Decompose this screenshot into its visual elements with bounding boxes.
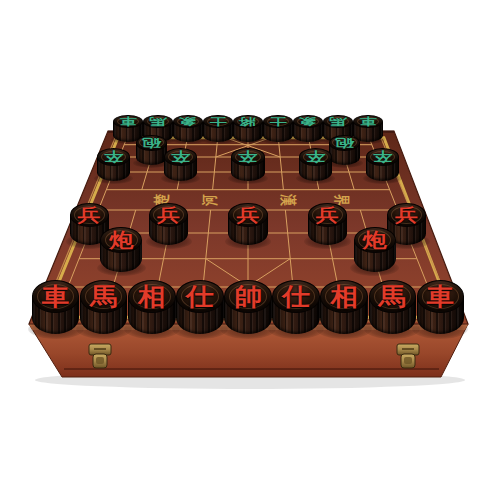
xiangqi-pieces: 車馬象士將士象馬車砲砲卒卒卒卒卒兵兵兵兵兵炮炮車馬相仕帥仕相馬車 — [0, 0, 500, 500]
piece-red-馬-r9c1[interactable]: 馬 — [80, 280, 128, 334]
piece-glyph: 砲 — [142, 137, 161, 149]
piece-top: 兵 — [308, 203, 347, 227]
piece-top: 炮 — [100, 227, 142, 253]
piece-glyph: 士 — [209, 117, 226, 127]
piece-glyph: 相 — [138, 284, 166, 309]
piece-glyph: 帥 — [234, 284, 262, 309]
piece-glyph: 車 — [42, 284, 70, 309]
piece-top: 車 — [417, 280, 465, 313]
piece-green-卒-r3c6[interactable]: 卒 — [299, 148, 332, 181]
piece-red-兵-r6c2[interactable]: 兵 — [149, 203, 188, 245]
piece-red-兵-r6c6[interactable]: 兵 — [308, 203, 347, 245]
piece-top: 車 — [32, 280, 80, 313]
piece-red-馬-r9c7[interactable]: 馬 — [369, 280, 417, 334]
piece-glyph: 卒 — [373, 150, 392, 163]
piece-green-砲-r2c1[interactable]: 砲 — [136, 135, 168, 165]
piece-glyph: 兵 — [157, 206, 180, 224]
piece-glyph: 炮 — [109, 230, 133, 250]
piece-top: 卒 — [164, 148, 197, 166]
piece-red-仕-r9c3[interactable]: 仕 — [176, 280, 224, 334]
piece-red-炮-r7c1[interactable]: 炮 — [100, 227, 142, 272]
piece-green-象-r0c2[interactable]: 象 — [173, 115, 203, 142]
piece-glyph: 兵 — [237, 206, 260, 224]
piece-glyph: 卒 — [238, 150, 257, 163]
piece-glyph: 卒 — [104, 150, 123, 163]
piece-glyph: 馬 — [379, 284, 407, 309]
piece-top: 仕 — [272, 280, 320, 313]
piece-green-砲-r2c7[interactable]: 砲 — [329, 135, 361, 165]
piece-top: 相 — [320, 280, 368, 313]
piece-glyph: 象 — [179, 117, 196, 127]
piece-glyph: 車 — [427, 284, 455, 309]
piece-top: 卒 — [97, 148, 130, 166]
piece-green-象-r0c6[interactable]: 象 — [293, 115, 323, 142]
piece-green-將-r0c4[interactable]: 將 — [233, 115, 263, 142]
piece-top: 砲 — [136, 135, 168, 151]
piece-glyph: 車 — [119, 117, 136, 127]
piece-red-炮-r7c7[interactable]: 炮 — [354, 227, 396, 272]
piece-red-帥-r9c4[interactable]: 帥 — [224, 280, 272, 334]
piece-glyph: 士 — [269, 117, 286, 127]
piece-glyph: 將 — [239, 117, 256, 127]
piece-green-士-r0c3[interactable]: 士 — [203, 115, 233, 142]
piece-glyph: 炮 — [363, 230, 387, 250]
piece-red-相-r9c6[interactable]: 相 — [320, 280, 368, 334]
piece-top: 炮 — [354, 227, 396, 253]
piece-green-士-r0c5[interactable]: 士 — [263, 115, 293, 142]
piece-glyph: 相 — [330, 284, 358, 309]
piece-glyph: 卒 — [306, 150, 325, 163]
piece-top: 砲 — [329, 135, 361, 151]
piece-green-卒-r3c0[interactable]: 卒 — [97, 148, 130, 181]
piece-glyph: 兵 — [78, 206, 101, 224]
piece-glyph: 車 — [359, 117, 376, 127]
piece-red-車-r9c0[interactable]: 車 — [32, 280, 80, 334]
piece-glyph: 砲 — [335, 137, 354, 149]
piece-glyph: 馬 — [329, 117, 346, 127]
piece-top: 兵 — [228, 203, 267, 227]
piece-glyph: 馬 — [149, 117, 166, 127]
piece-red-兵-r6c4[interactable]: 兵 — [228, 203, 267, 245]
piece-glyph: 卒 — [171, 150, 190, 163]
piece-green-卒-r3c4[interactable]: 卒 — [231, 148, 264, 181]
piece-glyph: 兵 — [316, 206, 339, 224]
piece-glyph: 仕 — [186, 284, 214, 309]
piece-green-卒-r3c2[interactable]: 卒 — [164, 148, 197, 181]
piece-glyph: 馬 — [90, 284, 118, 309]
piece-red-相-r9c2[interactable]: 相 — [128, 280, 176, 334]
piece-top: 兵 — [70, 203, 109, 227]
piece-top: 馬 — [80, 280, 128, 313]
piece-red-仕-r9c5[interactable]: 仕 — [272, 280, 320, 334]
piece-top: 馬 — [369, 280, 417, 313]
xiangqi-set-photo: 楚河漢界 車馬象士將士象馬車砲砲卒卒卒卒卒兵兵兵兵兵炮炮車馬相仕帥仕相馬車 — [0, 0, 500, 500]
piece-top: 卒 — [299, 148, 332, 166]
piece-glyph: 兵 — [395, 206, 418, 224]
piece-top: 相 — [128, 280, 176, 313]
piece-glyph: 象 — [299, 117, 316, 127]
piece-top: 卒 — [231, 148, 264, 166]
piece-red-車-r9c8[interactable]: 車 — [417, 280, 465, 334]
piece-top: 仕 — [176, 280, 224, 313]
piece-top: 卒 — [366, 148, 399, 166]
piece-glyph: 仕 — [282, 284, 310, 309]
piece-green-卒-r3c8[interactable]: 卒 — [366, 148, 399, 181]
piece-top: 帥 — [224, 280, 272, 313]
